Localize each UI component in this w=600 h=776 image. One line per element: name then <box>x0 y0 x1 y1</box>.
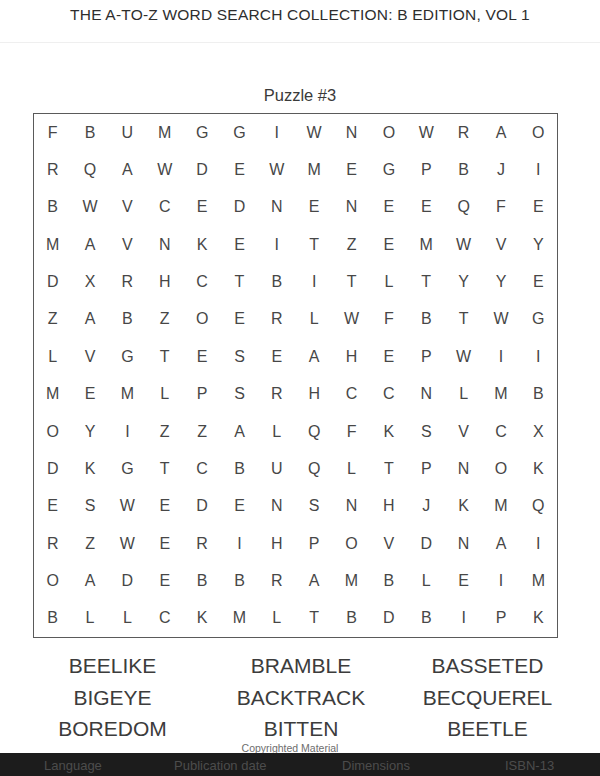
grid-cell-r1c6: G <box>221 114 258 151</box>
grid-cell-r5c6: T <box>221 263 258 300</box>
grid-cell-r3c7: N <box>258 189 295 226</box>
grid-cell-r8c12: L <box>445 376 482 413</box>
grid-cell-r5c4: H <box>146 263 183 300</box>
grid-cell-r8c7: R <box>258 376 295 413</box>
grid-cell-r1c12: R <box>445 114 482 151</box>
grid-cell-r13c2: A <box>71 562 108 599</box>
grid-cell-r3c13: F <box>482 189 519 226</box>
grid-cell-r14c12: I <box>445 600 482 637</box>
grid-cell-r4c3: V <box>109 226 146 263</box>
grid-cell-r5c5: C <box>183 263 220 300</box>
grid-cell-r4c8: T <box>296 226 333 263</box>
grid-cell-r9c7: L <box>258 413 295 450</box>
grid-cell-r9c13: C <box>482 413 519 450</box>
grid-cell-r14c13: P <box>482 600 519 637</box>
grid-cell-r14c14: K <box>520 600 557 637</box>
grid-cell-r10c7: U <box>258 450 295 487</box>
grid-cell-r2c12: B <box>445 151 482 188</box>
grid-cell-r3c8: E <box>296 189 333 226</box>
word-basseted: BASSETED <box>387 650 588 682</box>
grid-cell-r7c14: I <box>520 338 557 375</box>
grid-cell-r9c5: Z <box>183 413 220 450</box>
grid-cell-r9c9: F <box>333 413 370 450</box>
grid-cell-r4c9: Z <box>333 226 370 263</box>
grid-cell-r2c11: P <box>408 151 445 188</box>
grid-cell-r10c11: P <box>408 450 445 487</box>
grid-cell-r9c4: Z <box>146 413 183 450</box>
grid-cell-r1c10: O <box>370 114 407 151</box>
grid-cell-r3c11: E <box>408 189 445 226</box>
grid-cell-r7c7: E <box>258 338 295 375</box>
grid-cell-r5c7: B <box>258 263 295 300</box>
grid-cell-r2c1: R <box>34 151 71 188</box>
grid-cell-r10c14: K <box>520 450 557 487</box>
grid-cell-r14c1: B <box>34 600 71 637</box>
grid-cell-r11c13: M <box>482 488 519 525</box>
grid-cell-r12c2: Z <box>71 525 108 562</box>
grid-cell-r8c13: M <box>482 376 519 413</box>
grid-cell-r11c4: E <box>146 488 183 525</box>
grid-cell-r14c6: M <box>221 600 258 637</box>
grid-cell-r7c3: G <box>109 338 146 375</box>
grid-cell-r11c9: N <box>333 488 370 525</box>
grid-cell-r4c1: M <box>34 226 71 263</box>
grid-cell-r1c5: G <box>183 114 220 151</box>
grid-cell-r2c10: G <box>370 151 407 188</box>
grid-cell-r5c13: Y <box>482 263 519 300</box>
grid-cell-r12c10: V <box>370 525 407 562</box>
bar-label-publication-date: Publication date <box>174 757 267 772</box>
grid-cell-r3c2: W <box>71 189 108 226</box>
grid-cell-r1c2: B <box>71 114 108 151</box>
grid-cell-r13c3: D <box>109 562 146 599</box>
grid-cell-r1c1: F <box>34 114 71 151</box>
word-boredom: BOREDOM <box>10 713 215 745</box>
grid-cell-r4c11: M <box>408 226 445 263</box>
grid-cell-r12c3: W <box>109 525 146 562</box>
grid-cell-r7c10: E <box>370 338 407 375</box>
grid-cell-r7c13: I <box>482 338 519 375</box>
grid-cell-r4c5: K <box>183 226 220 263</box>
grid-cell-r7c4: T <box>146 338 183 375</box>
grid-cell-r10c12: N <box>445 450 482 487</box>
grid-cell-r14c8: T <box>296 600 333 637</box>
grid-cell-r8c8: H <box>296 376 333 413</box>
grid-cell-r11c8: S <box>296 488 333 525</box>
grid-cell-r13c9: M <box>333 562 370 599</box>
grid-cell-r11c3: W <box>109 488 146 525</box>
grid-cell-r9c6: A <box>221 413 258 450</box>
grid-cell-r6c10: F <box>370 301 407 338</box>
grid-cell-r13c4: E <box>146 562 183 599</box>
grid-cell-r5c9: T <box>333 263 370 300</box>
grid-cell-r7c11: P <box>408 338 445 375</box>
grid-cell-r2c9: E <box>333 151 370 188</box>
grid-cell-r12c4: E <box>146 525 183 562</box>
product-details-bar: Language Publication date Dimensions ISB… <box>0 753 600 776</box>
grid-cell-r6c9: W <box>333 301 370 338</box>
grid-cell-r10c4: T <box>146 450 183 487</box>
header-divider-line <box>0 42 600 43</box>
grid-cell-r10c1: D <box>34 450 71 487</box>
grid-cell-r14c10: D <box>370 600 407 637</box>
grid-cell-r13c13: I <box>482 562 519 599</box>
grid-cell-r5c11: T <box>408 263 445 300</box>
grid-cell-r1c9: N <box>333 114 370 151</box>
grid-cell-r5c2: X <box>71 263 108 300</box>
grid-cell-r10c5: C <box>183 450 220 487</box>
grid-cell-r12c6: I <box>221 525 258 562</box>
grid-cell-r11c6: E <box>221 488 258 525</box>
grid-cell-r8c2: E <box>71 376 108 413</box>
grid-cell-r11c2: S <box>71 488 108 525</box>
grid-cell-r5c12: Y <box>445 263 482 300</box>
grid-cell-r10c3: G <box>109 450 146 487</box>
book-title: THE A-TO-Z WORD SEARCH COLLECTION: B EDI… <box>0 6 600 24</box>
grid-cell-r1c14: O <box>520 114 557 151</box>
grid-cell-r12c8: P <box>296 525 333 562</box>
grid-cell-r14c2: L <box>71 600 108 637</box>
grid-cell-r14c7: L <box>258 600 295 637</box>
grid-cell-r4c10: E <box>370 226 407 263</box>
grid-cell-r8c10: C <box>370 376 407 413</box>
word-backtrack: BACKTRACK <box>215 682 387 714</box>
grid-cell-r3c6: D <box>221 189 258 226</box>
word-becquerel: BECQUEREL <box>387 682 588 714</box>
grid-cell-r11c1: E <box>34 488 71 525</box>
grid-cell-r4c2: A <box>71 226 108 263</box>
grid-cell-r14c9: B <box>333 600 370 637</box>
grid-cell-r13c8: A <box>296 562 333 599</box>
grid-cell-r12c9: O <box>333 525 370 562</box>
grid-cell-r12c13: A <box>482 525 519 562</box>
grid-cell-r13c7: R <box>258 562 295 599</box>
grid-cell-r9c10: K <box>370 413 407 450</box>
grid-cell-r5c3: R <box>109 263 146 300</box>
grid-cell-r1c11: W <box>408 114 445 151</box>
grid-cell-r3c4: C <box>146 189 183 226</box>
grid-cell-r9c12: V <box>445 413 482 450</box>
grid-cell-r12c14: I <box>520 525 557 562</box>
grid-cell-r8c11: N <box>408 376 445 413</box>
grid-cell-r7c8: A <box>296 338 333 375</box>
grid-cell-r7c2: V <box>71 338 108 375</box>
grid-cell-r2c14: I <box>520 151 557 188</box>
word-bigeye: BIGEYE <box>10 682 215 714</box>
bar-label-isbn-13: ISBN-13 <box>505 757 554 772</box>
word-bitten: BITTEN <box>215 713 387 745</box>
grid-cell-r7c12: W <box>445 338 482 375</box>
word-beelike: BEELIKE <box>10 650 215 682</box>
grid-cell-r9c14: X <box>520 413 557 450</box>
word-search-grid: FBUMGGIWNOWRAORQAWDEWMEGPBJIBWVCEDNENEEQ… <box>33 113 558 638</box>
grid-cell-r12c1: R <box>34 525 71 562</box>
grid-cell-r11c12: K <box>445 488 482 525</box>
grid-cell-r1c4: M <box>146 114 183 151</box>
grid-cell-r12c12: N <box>445 525 482 562</box>
grid-cell-r6c6: E <box>221 301 258 338</box>
grid-cell-r9c2: Y <box>71 413 108 450</box>
grid-cell-r12c5: R <box>183 525 220 562</box>
grid-cell-r4c7: I <box>258 226 295 263</box>
grid-cell-r8c4: L <box>146 376 183 413</box>
grid-cell-r9c1: O <box>34 413 71 450</box>
grid-cell-r3c9: N <box>333 189 370 226</box>
grid-cell-r6c2: A <box>71 301 108 338</box>
puzzle-title: Puzzle #3 <box>0 86 600 105</box>
grid-cell-r6c13: W <box>482 301 519 338</box>
grid-cell-r5c8: I <box>296 263 333 300</box>
grid-cell-r1c3: U <box>109 114 146 151</box>
grid-cell-r4c13: V <box>482 226 519 263</box>
grid-cell-r2c2: Q <box>71 151 108 188</box>
grid-cell-r8c3: M <box>109 376 146 413</box>
grid-cell-r3c3: V <box>109 189 146 226</box>
grid-cell-r10c10: T <box>370 450 407 487</box>
grid-cell-r14c5: K <box>183 600 220 637</box>
grid-cell-r5c14: E <box>520 263 557 300</box>
grid-cell-r9c3: I <box>109 413 146 450</box>
grid-cell-r6c14: G <box>520 301 557 338</box>
grid-cell-r12c11: D <box>408 525 445 562</box>
bar-label-language: Language <box>44 757 102 772</box>
word-bramble: BRAMBLE <box>215 650 387 682</box>
grid-cell-r4c14: Y <box>520 226 557 263</box>
grid-cell-r8c5: P <box>183 376 220 413</box>
grid-cell-r11c5: D <box>183 488 220 525</box>
grid-cell-r2c13: J <box>482 151 519 188</box>
grid-cell-r9c8: Q <box>296 413 333 450</box>
grid-cell-r11c10: H <box>370 488 407 525</box>
grid-cell-r6c5: O <box>183 301 220 338</box>
grid-cell-r13c14: M <box>520 562 557 599</box>
grid-cell-r3c10: E <box>370 189 407 226</box>
grid-cell-r13c1: O <box>34 562 71 599</box>
grid-cell-r11c11: J <box>408 488 445 525</box>
grid-cell-r10c9: L <box>333 450 370 487</box>
grid-cell-r12c7: H <box>258 525 295 562</box>
grid-cell-r10c8: Q <box>296 450 333 487</box>
grid-cell-r3c12: Q <box>445 189 482 226</box>
grid-cell-r2c8: M <box>296 151 333 188</box>
grid-cell-r6c12: T <box>445 301 482 338</box>
grid-cell-r8c6: S <box>221 376 258 413</box>
grid-cell-r6c8: L <box>296 301 333 338</box>
grid-cell-r14c3: L <box>109 600 146 637</box>
grid-cell-r7c1: L <box>34 338 71 375</box>
grid-cell-r6c4: Z <box>146 301 183 338</box>
grid-cell-r2c4: W <box>146 151 183 188</box>
bar-label-dimensions: Dimensions <box>342 757 410 772</box>
grid-cell-r1c13: A <box>482 114 519 151</box>
grid-cell-r6c3: B <box>109 301 146 338</box>
grid-cell-r7c5: E <box>183 338 220 375</box>
grid-cell-r4c12: W <box>445 226 482 263</box>
grid-cell-r7c9: H <box>333 338 370 375</box>
grid-cell-r8c1: M <box>34 376 71 413</box>
grid-cell-r13c11: L <box>408 562 445 599</box>
grid-cell-r3c14: E <box>520 189 557 226</box>
grid-cell-r14c4: C <box>146 600 183 637</box>
grid-cell-r13c12: E <box>445 562 482 599</box>
grid-cell-r13c10: B <box>370 562 407 599</box>
word-beetle: BEETLE <box>387 713 588 745</box>
grid-cell-r10c2: K <box>71 450 108 487</box>
grid-cell-r10c13: O <box>482 450 519 487</box>
grid-cell-r5c10: L <box>370 263 407 300</box>
grid-cell-r9c11: S <box>408 413 445 450</box>
grid-cell-r11c7: N <box>258 488 295 525</box>
grid-cell-r4c6: E <box>221 226 258 263</box>
grid-cell-r14c11: B <box>408 600 445 637</box>
grid-cell-r1c7: I <box>258 114 295 151</box>
grid-cell-r4c4: N <box>146 226 183 263</box>
grid-cell-r10c6: B <box>221 450 258 487</box>
grid-cell-r13c6: B <box>221 562 258 599</box>
grid-cell-r6c1: Z <box>34 301 71 338</box>
grid-cell-r2c6: E <box>221 151 258 188</box>
grid-cell-r11c14: Q <box>520 488 557 525</box>
grid-cell-r13c5: B <box>183 562 220 599</box>
word-list: BEELIKE BRAMBLE BASSETED BIGEYE BACKTRAC… <box>10 650 588 745</box>
grid-cell-r6c11: B <box>408 301 445 338</box>
grid-cell-r7c6: S <box>221 338 258 375</box>
grid-cell-r2c3: A <box>109 151 146 188</box>
grid-cell-r3c1: B <box>34 189 71 226</box>
grid-cell-r8c9: C <box>333 376 370 413</box>
grid-cell-r3c5: E <box>183 189 220 226</box>
grid-cell-r1c8: W <box>296 114 333 151</box>
grid-cell-r5c1: D <box>34 263 71 300</box>
grid-cell-r2c7: W <box>258 151 295 188</box>
grid-cell-r2c5: D <box>183 151 220 188</box>
grid-cell-r6c7: R <box>258 301 295 338</box>
grid-cell-r8c14: B <box>520 376 557 413</box>
